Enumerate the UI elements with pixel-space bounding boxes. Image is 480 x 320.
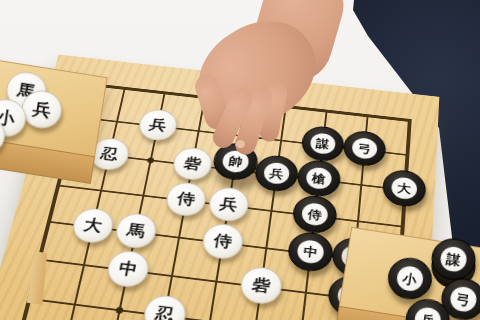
black-piece-face: 小 [395, 264, 425, 292]
star-point [115, 307, 123, 314]
black-piece-face: 弓 [351, 137, 378, 160]
black-piece-大[interactable]: 大 [381, 168, 426, 209]
black-piece-弓[interactable]: 弓 [342, 129, 387, 168]
white-piece-中[interactable]: 中 [104, 249, 151, 289]
black-piece-face: 兵 [413, 306, 443, 320]
black-piece-侍[interactable]: 侍 [291, 194, 338, 236]
white-piece-砦[interactable]: 砦 [171, 146, 215, 182]
black-piece-謀[interactable]: 謀 [300, 124, 346, 163]
black-piece-兵[interactable]: 兵 [253, 153, 300, 193]
white-piece-兵[interactable]: 兵 [207, 186, 251, 224]
black-piece-中[interactable]: 中 [286, 230, 334, 274]
white-piece-砦[interactable]: 砦 [238, 265, 284, 306]
white-piece-大[interactable]: 大 [70, 206, 117, 245]
black-piece-face: 槍 [305, 166, 332, 190]
photo-stage: 砲兵謀弓忍砦帥兵槍大侍兵侍大馬侍中砲中砦兵忍兵 馬兵小槍 謀小弓兵 [0, 0, 480, 320]
black-piece-face: 侍 [301, 202, 329, 227]
white-piece-忍[interactable]: 忍 [141, 293, 189, 320]
black-piece-face: 中 [296, 239, 325, 265]
black-piece-face: 謀 [309, 132, 336, 155]
fingernail [236, 140, 245, 148]
black-piece-face: 大 [391, 176, 418, 200]
star-point [147, 157, 155, 163]
white-piece-馬[interactable]: 馬 [113, 211, 159, 250]
black-piece-槍[interactable]: 槍 [296, 158, 342, 198]
white-piece-兵[interactable]: 兵 [136, 108, 179, 143]
white-piece-侍[interactable]: 侍 [164, 181, 209, 218]
black-piece-face: 弓 [449, 285, 479, 313]
white-piece-侍[interactable]: 侍 [200, 222, 245, 261]
black-piece-stand: 謀小弓兵 [334, 227, 480, 320]
black-piece-face: 兵 [263, 162, 291, 186]
black-piece-face: 謀 [439, 245, 469, 273]
white-piece-stand: 馬兵小槍 [0, 56, 106, 183]
